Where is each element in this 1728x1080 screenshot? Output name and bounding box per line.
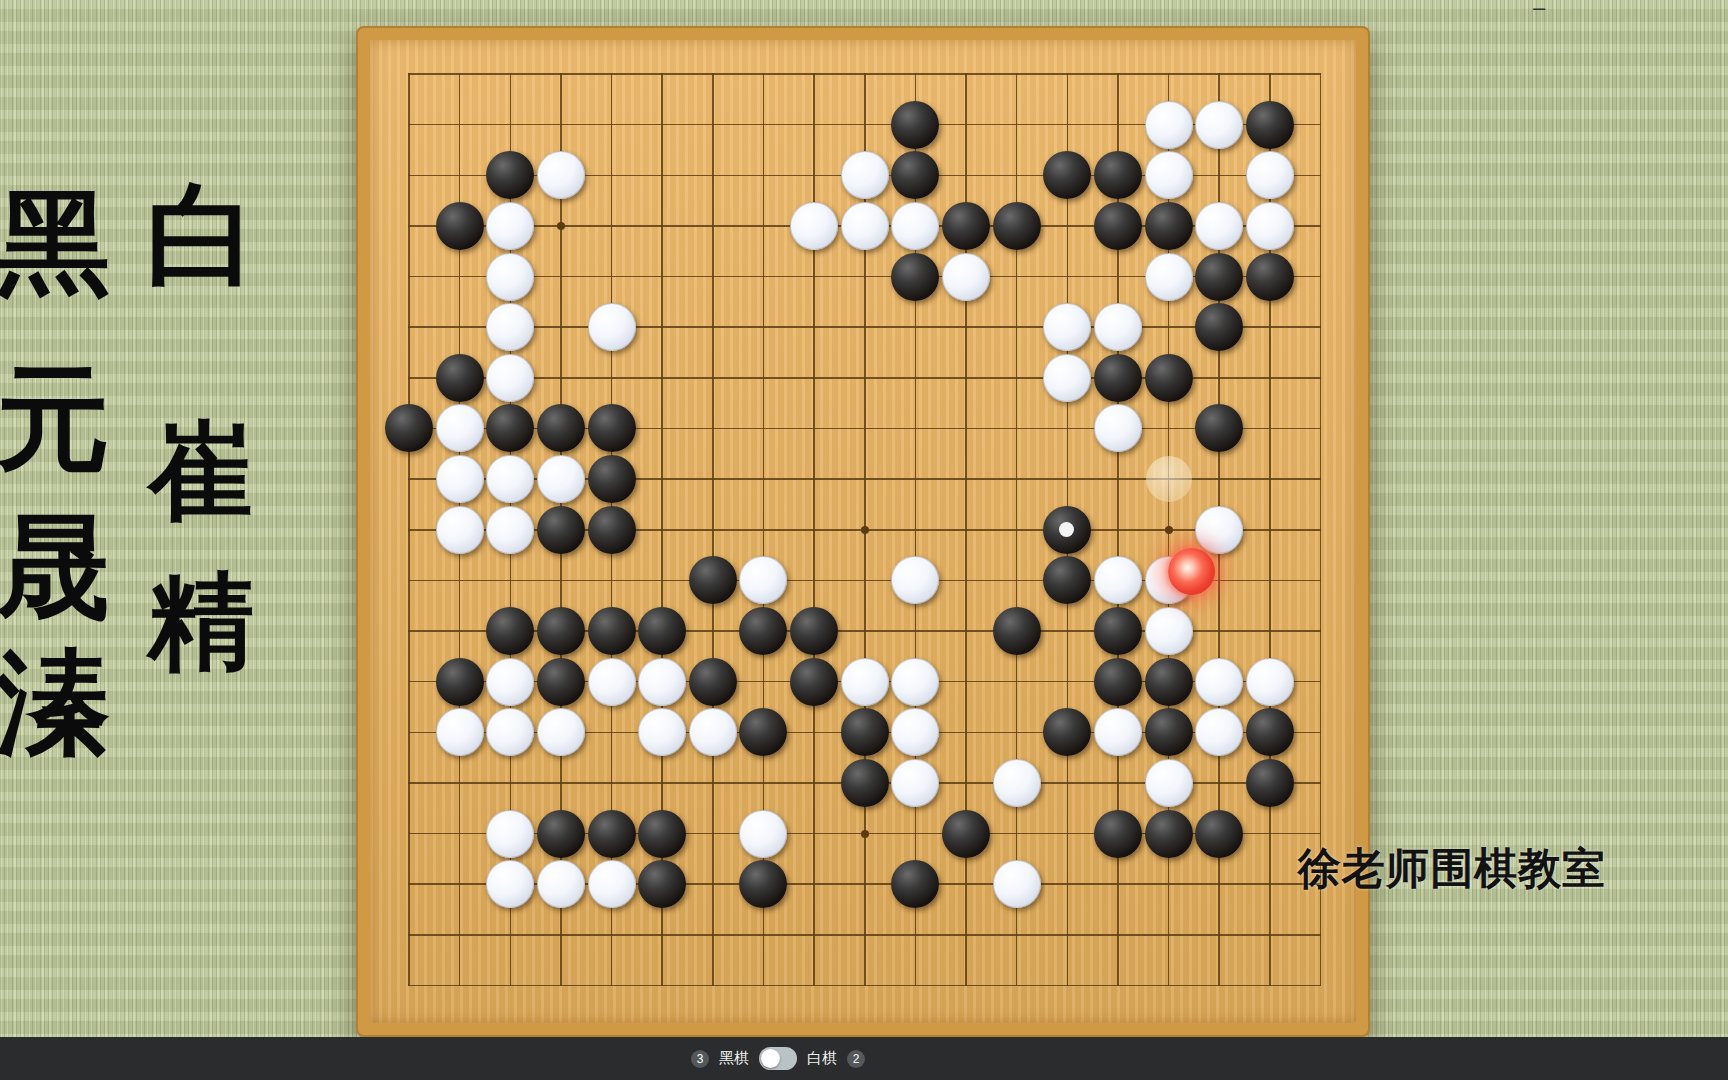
stone-black <box>790 658 838 706</box>
go-board[interactable] <box>356 26 1370 1037</box>
stone-black <box>1246 708 1294 756</box>
stone-black <box>537 810 585 858</box>
stone-black <box>436 658 484 706</box>
stone-white <box>739 810 787 858</box>
black-stones-label: 黑棋 <box>719 1049 749 1068</box>
grid-line-horizontal <box>408 934 1321 936</box>
white-player-char: 崔 <box>148 418 254 524</box>
stone-black <box>1043 506 1091 554</box>
stone-white <box>1246 202 1294 250</box>
stone-black <box>1246 759 1294 807</box>
stone-black <box>993 607 1041 655</box>
black-player-char: 溱 <box>0 646 110 760</box>
stone-white <box>638 658 686 706</box>
stone-white <box>486 253 534 301</box>
stone-black <box>942 202 990 250</box>
stone-white <box>588 303 636 351</box>
stone-white <box>1145 607 1193 655</box>
red-highlight-stone <box>1168 548 1215 595</box>
stone-white <box>891 202 939 250</box>
stone-black <box>790 607 838 655</box>
turn-toggle-switch[interactable] <box>759 1047 797 1070</box>
stone-black <box>1094 607 1142 655</box>
stone-black <box>1094 202 1142 250</box>
stone-white <box>689 708 737 756</box>
stone-white <box>1094 303 1142 351</box>
classroom-watermark: 徐老师围棋教室 <box>1298 840 1606 898</box>
stone-white <box>1145 101 1193 149</box>
stone-white <box>588 860 636 908</box>
capture-counter-group: 3 黑棋 白棋 2 <box>691 1037 865 1080</box>
stone-black <box>588 506 636 554</box>
stone-white <box>841 658 889 706</box>
toggle-knob-icon[interactable] <box>761 1049 780 1068</box>
stone-black <box>689 556 737 604</box>
star-point <box>557 222 565 230</box>
stone-black <box>537 658 585 706</box>
stone-white <box>436 455 484 503</box>
stone-black <box>1094 810 1142 858</box>
stone-white <box>841 202 889 250</box>
star-point <box>861 526 869 534</box>
stone-black <box>1195 810 1243 858</box>
stone-white <box>1195 658 1243 706</box>
stone-black <box>1145 708 1193 756</box>
stone-black <box>689 658 737 706</box>
stone-black <box>1145 202 1193 250</box>
stone-white <box>891 658 939 706</box>
bottom-bar: 3 黑棋 白棋 2 <box>0 1037 1728 1080</box>
stone-white <box>1195 202 1243 250</box>
stone-black <box>841 708 889 756</box>
stone-white <box>942 253 990 301</box>
star-point <box>861 830 869 838</box>
stone-black <box>1094 354 1142 402</box>
stone-white <box>436 506 484 554</box>
white-stones-label: 白棋 <box>807 1049 837 1068</box>
stone-black <box>486 607 534 655</box>
stone-white <box>891 759 939 807</box>
stone-black <box>1094 658 1142 706</box>
stone-black <box>993 202 1041 250</box>
stone-white <box>1043 354 1091 402</box>
ghost-stone-preview <box>1146 456 1192 502</box>
stone-white <box>537 151 585 199</box>
stone-white <box>1246 151 1294 199</box>
stone-black <box>942 810 990 858</box>
stone-white <box>486 658 534 706</box>
stone-white <box>436 708 484 756</box>
stone-black <box>436 354 484 402</box>
stone-black <box>1246 253 1294 301</box>
stone-white <box>537 708 585 756</box>
stone-black <box>1195 253 1243 301</box>
stone-black <box>1094 151 1142 199</box>
stone-white <box>436 404 484 452</box>
stone-black <box>1246 101 1294 149</box>
stone-black <box>1145 354 1193 402</box>
stone-white <box>486 810 534 858</box>
stone-white <box>1094 708 1142 756</box>
stone-black <box>436 202 484 250</box>
black-capture-count-badge: 3 <box>691 1050 709 1068</box>
stone-white <box>486 202 534 250</box>
grid-line-horizontal <box>408 985 1321 987</box>
stone-white <box>1094 556 1142 604</box>
stone-white <box>537 455 585 503</box>
stone-black <box>891 101 939 149</box>
stone-black <box>638 810 686 858</box>
last-move-marker <box>1059 522 1074 537</box>
stone-white <box>1145 253 1193 301</box>
stone-black <box>638 607 686 655</box>
stone-white <box>1145 759 1193 807</box>
black-player-char: 元 <box>0 362 110 476</box>
stone-white <box>841 151 889 199</box>
stone-black <box>588 810 636 858</box>
black-player-char: 黑 <box>0 186 110 300</box>
white-player-char: 精 <box>148 568 254 674</box>
stone-black <box>841 759 889 807</box>
stone-white <box>1145 151 1193 199</box>
stone-black <box>891 253 939 301</box>
minimize-icon[interactable]: – <box>1533 0 1545 18</box>
white-player-char: 白 <box>146 180 258 292</box>
stone-white <box>1195 506 1243 554</box>
stone-white <box>1195 101 1243 149</box>
stone-white <box>537 860 585 908</box>
stone-black <box>537 607 585 655</box>
stone-black <box>588 455 636 503</box>
stone-black <box>588 404 636 452</box>
stone-white <box>993 759 1041 807</box>
stone-black <box>1145 810 1193 858</box>
black-player-char: 晟 <box>0 510 110 624</box>
stone-white <box>790 202 838 250</box>
app-screen: 黑元晟溱 白崔精 徐老师围棋教室 – 3 黑棋 白棋 2 <box>0 0 1728 1080</box>
stone-black <box>537 506 585 554</box>
stone-black <box>1145 658 1193 706</box>
stone-white <box>486 506 534 554</box>
stone-white <box>1246 658 1294 706</box>
stone-black <box>588 607 636 655</box>
stone-white <box>993 860 1041 908</box>
stone-white <box>588 658 636 706</box>
star-point <box>1165 526 1173 534</box>
white-capture-count-badge: 2 <box>847 1050 865 1068</box>
stone-white <box>486 354 534 402</box>
